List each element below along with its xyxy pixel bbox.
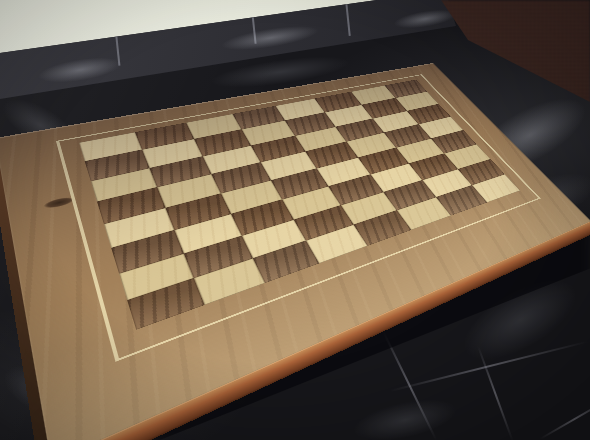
grout-line	[540, 398, 590, 440]
scene-photo	[0, 0, 590, 440]
grout-line	[390, 341, 588, 392]
marble-vein	[326, 380, 483, 440]
tile-joint	[345, 0, 351, 36]
wood-knot-icon	[43, 196, 74, 210]
